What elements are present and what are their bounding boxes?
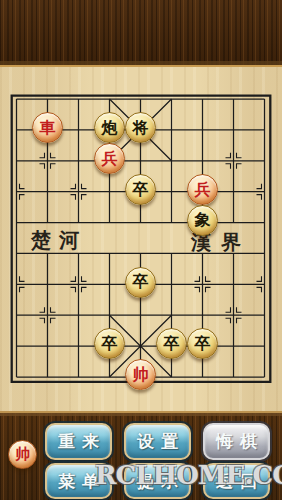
board-point-1-7[interactable] xyxy=(32,300,63,331)
board-point-4-1[interactable]: 将 xyxy=(125,114,156,145)
board-point-2-0[interactable] xyxy=(63,84,94,115)
board-point-0-6[interactable] xyxy=(1,269,32,300)
board-point-6-6[interactable] xyxy=(187,269,218,300)
board-point-3-9[interactable] xyxy=(94,361,125,392)
board-point-5-2[interactable] xyxy=(156,145,187,176)
board-point-8-9[interactable] xyxy=(249,361,280,392)
board-point-8-7[interactable] xyxy=(249,300,280,331)
board-point-7-1[interactable] xyxy=(218,114,249,145)
board-point-0-7[interactable] xyxy=(1,300,32,331)
bottom-control-panel: 帅 重来 设置 悔棋 菜单 提示 返回 xyxy=(0,411,282,500)
board-point-0-1[interactable] xyxy=(1,114,32,145)
board-point-0-3[interactable] xyxy=(1,176,32,207)
board-point-3-0[interactable] xyxy=(94,84,125,115)
board-point-1-4[interactable] xyxy=(32,207,63,238)
board-point-4-3[interactable]: 卒 xyxy=(125,176,156,207)
board-point-8-3[interactable] xyxy=(249,176,280,207)
piece-red-車[interactable]: 車 xyxy=(32,112,63,143)
board-point-7-3[interactable] xyxy=(218,176,249,207)
board-point-1-6[interactable] xyxy=(32,269,63,300)
board-point-2-7[interactable] xyxy=(63,300,94,331)
board-point-4-7[interactable] xyxy=(125,300,156,331)
board-point-5-8[interactable]: 卒 xyxy=(156,331,187,362)
board-point-7-9[interactable] xyxy=(218,361,249,392)
board-point-6-2[interactable] xyxy=(187,145,218,176)
board-point-1-3[interactable] xyxy=(32,176,63,207)
piece-black-将[interactable]: 将 xyxy=(125,112,156,143)
board-point-5-6[interactable] xyxy=(156,269,187,300)
board-point-5-7[interactable] xyxy=(156,300,187,331)
board-point-2-9[interactable] xyxy=(63,361,94,392)
board-point-6-5[interactable] xyxy=(187,238,218,269)
board-point-7-7[interactable] xyxy=(218,300,249,331)
board-point-4-5[interactable] xyxy=(125,238,156,269)
board-point-1-0[interactable] xyxy=(32,84,63,115)
board-point-2-6[interactable] xyxy=(63,269,94,300)
board-point-3-3[interactable] xyxy=(94,176,125,207)
turn-indicator-piece: 帅 xyxy=(8,440,37,469)
board-point-0-0[interactable] xyxy=(1,84,32,115)
board-point-8-0[interactable] xyxy=(249,84,280,115)
board-point-0-2[interactable] xyxy=(1,145,32,176)
board-point-3-5[interactable] xyxy=(94,238,125,269)
board-point-4-6[interactable]: 卒 xyxy=(125,269,156,300)
board-point-6-9[interactable] xyxy=(187,361,218,392)
board-point-0-4[interactable] xyxy=(1,207,32,238)
board-point-3-7[interactable] xyxy=(94,300,125,331)
board-point-3-1[interactable]: 炮 xyxy=(94,114,125,145)
piece-black-象[interactable]: 象 xyxy=(187,205,218,236)
board-point-7-0[interactable] xyxy=(218,84,249,115)
board-point-2-1[interactable] xyxy=(63,114,94,145)
board-point-2-3[interactable] xyxy=(63,176,94,207)
undo-move-button[interactable]: 悔棋 xyxy=(203,423,270,460)
board-point-1-2[interactable] xyxy=(32,145,63,176)
board-point-8-1[interactable] xyxy=(249,114,280,145)
board-point-1-8[interactable] xyxy=(32,331,63,362)
board-point-6-0[interactable] xyxy=(187,84,218,115)
board-point-6-4[interactable]: 象 xyxy=(187,207,218,238)
board-point-8-5[interactable] xyxy=(249,238,280,269)
board-point-4-2[interactable] xyxy=(125,145,156,176)
board-point-5-3[interactable] xyxy=(156,176,187,207)
board-point-6-8[interactable]: 卒 xyxy=(187,331,218,362)
board-point-3-8[interactable]: 卒 xyxy=(94,331,125,362)
board-point-7-8[interactable] xyxy=(218,331,249,362)
board-point-6-3[interactable]: 兵 xyxy=(187,176,218,207)
hint-button[interactable]: 提示 xyxy=(124,463,191,499)
board-point-1-9[interactable] xyxy=(32,361,63,392)
board-point-6-1[interactable] xyxy=(187,114,218,145)
board-point-7-2[interactable] xyxy=(218,145,249,176)
board-point-2-8[interactable] xyxy=(63,331,94,362)
board-point-1-5[interactable] xyxy=(32,238,63,269)
board-point-8-4[interactable] xyxy=(249,207,280,238)
board-point-5-9[interactable] xyxy=(156,361,187,392)
board-point-4-9[interactable]: 帅 xyxy=(125,361,156,392)
board-point-7-6[interactable] xyxy=(218,269,249,300)
restart-button[interactable]: 重来 xyxy=(45,423,112,460)
board-point-5-0[interactable] xyxy=(156,84,187,115)
board-point-0-9[interactable] xyxy=(1,361,32,392)
piece-black-炮[interactable]: 炮 xyxy=(94,112,125,143)
board-point-7-4[interactable] xyxy=(218,207,249,238)
board-point-2-2[interactable] xyxy=(63,145,94,176)
piece-black-卒[interactable]: 卒 xyxy=(94,328,125,359)
board-point-7-5[interactable] xyxy=(218,238,249,269)
board-point-0-8[interactable] xyxy=(1,331,32,362)
piece-black-卒[interactable]: 卒 xyxy=(156,328,187,359)
board-point-5-1[interactable] xyxy=(156,114,187,145)
board-point-8-2[interactable] xyxy=(249,145,280,176)
board-point-8-6[interactable] xyxy=(249,269,280,300)
board-point-5-5[interactable] xyxy=(156,238,187,269)
board-point-5-4[interactable] xyxy=(156,207,187,238)
board-point-1-1[interactable]: 車 xyxy=(32,114,63,145)
menu-button[interactable]: 菜单 xyxy=(45,463,112,499)
board-point-2-5[interactable] xyxy=(63,238,94,269)
board-point-3-6[interactable] xyxy=(94,269,125,300)
back-button[interactable]: 返回 xyxy=(203,463,270,499)
board-point-6-7[interactable] xyxy=(187,300,218,331)
piece-black-卒[interactable]: 卒 xyxy=(125,174,156,205)
board-point-3-2[interactable]: 兵 xyxy=(94,145,125,176)
board-point-4-4[interactable] xyxy=(125,207,156,238)
board-point-4-0[interactable] xyxy=(125,84,156,115)
piece-black-卒[interactable]: 卒 xyxy=(125,267,156,298)
settings-button[interactable]: 设置 xyxy=(124,423,191,460)
board-point-2-4[interactable] xyxy=(63,207,94,238)
xiangqi-app: 楚河 漢界 車炮将兵卒兵象卒卒卒卒帅 帅 重来 设置 悔棋 菜单 提示 返回 R… xyxy=(0,0,282,500)
piece-red-帅[interactable]: 帅 xyxy=(125,359,156,390)
piece-red-兵[interactable]: 兵 xyxy=(187,174,218,205)
board-point-8-8[interactable] xyxy=(249,331,280,362)
board-point-3-4[interactable] xyxy=(94,207,125,238)
piece-black-卒[interactable]: 卒 xyxy=(187,328,218,359)
board-point-4-8[interactable] xyxy=(125,331,156,362)
piece-red-兵[interactable]: 兵 xyxy=(94,143,125,174)
board-point-0-5[interactable] xyxy=(1,238,32,269)
board[interactable]: 車炮将兵卒兵象卒卒卒卒帅 xyxy=(1,84,280,393)
